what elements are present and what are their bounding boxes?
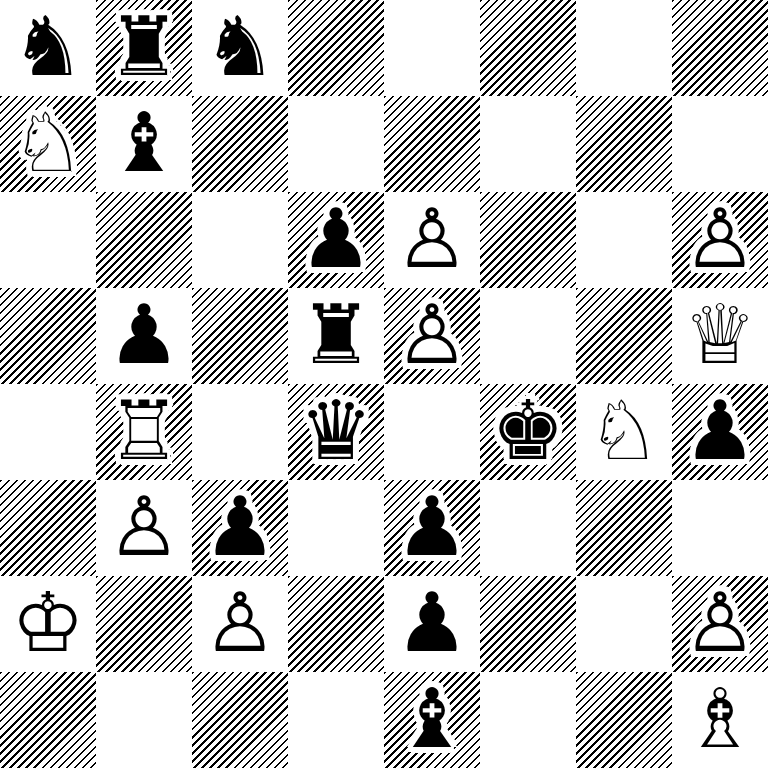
black-pawn-piece-icon: ♟ [384,480,480,576]
white-pawn-piece-icon: ♙ [672,192,768,288]
square-h5[interactable]: ♛♕ [672,288,768,384]
square-h6[interactable]: ♟♙ [672,192,768,288]
black-pawn-piece-icon: ♟ [96,288,192,384]
square-c3[interactable]: ♟♟ [192,480,288,576]
square-c5[interactable] [192,288,288,384]
square-g8[interactable] [576,0,672,96]
square-b6[interactable] [96,192,192,288]
black-rook-piece-icon: ♜ [288,288,384,384]
black-pawn-piece-icon: ♟ [384,576,480,672]
piece-halo: ♞ [576,384,672,480]
square-f3[interactable] [480,480,576,576]
piece-halo: ♟ [672,384,768,480]
square-c6[interactable] [192,192,288,288]
square-e5[interactable]: ♟♙ [384,288,480,384]
square-c7[interactable] [192,96,288,192]
white-rook-piece-icon: ♖ [96,384,192,480]
piece-halo: ♚ [0,576,96,672]
square-g4[interactable]: ♞♘ [576,384,672,480]
square-e2[interactable]: ♟♟ [384,576,480,672]
square-f1[interactable] [480,672,576,768]
square-f2[interactable] [480,576,576,672]
square-f8[interactable] [480,0,576,96]
square-f7[interactable] [480,96,576,192]
white-pawn-piece-icon: ♙ [384,288,480,384]
piece-halo: ♟ [384,576,480,672]
square-a3[interactable] [0,480,96,576]
black-pawn-piece-icon: ♟ [288,192,384,288]
piece-halo: ♜ [96,0,192,96]
piece-halo: ♟ [672,576,768,672]
piece-halo: ♜ [96,384,192,480]
piece-halo: ♞ [0,96,96,192]
square-a4[interactable] [0,384,96,480]
piece-halo: ♟ [672,192,768,288]
square-b8[interactable]: ♜♜ [96,0,192,96]
square-h7[interactable] [672,96,768,192]
square-b7[interactable]: ♝♝ [96,96,192,192]
square-h2[interactable]: ♟♙ [672,576,768,672]
square-a1[interactable] [0,672,96,768]
piece-halo: ♛ [672,288,768,384]
white-queen-piece-icon: ♕ [672,288,768,384]
square-c4[interactable] [192,384,288,480]
black-queen-piece-icon: ♛ [288,384,384,480]
white-pawn-piece-icon: ♙ [96,480,192,576]
piece-halo: ♝ [384,672,480,768]
square-a6[interactable] [0,192,96,288]
square-h1[interactable]: ♝♗ [672,672,768,768]
piece-halo: ♝ [672,672,768,768]
square-d6[interactable]: ♟♟ [288,192,384,288]
square-e1[interactable]: ♝♝ [384,672,480,768]
square-g3[interactable] [576,480,672,576]
square-f4[interactable]: ♚♚ [480,384,576,480]
square-f5[interactable] [480,288,576,384]
square-d3[interactable] [288,480,384,576]
piece-halo: ♝ [96,96,192,192]
square-b1[interactable] [96,672,192,768]
black-knight-piece-icon: ♞ [192,0,288,96]
square-b4[interactable]: ♜♖ [96,384,192,480]
piece-halo: ♞ [192,0,288,96]
piece-halo: ♟ [96,480,192,576]
white-pawn-piece-icon: ♙ [384,192,480,288]
piece-halo: ♟ [96,288,192,384]
white-bishop-piece-icon: ♗ [672,672,768,768]
chess-board: ♞♞♜♜♞♞♞♘♝♝♟♟♟♙♟♙♟♟♜♜♟♙♛♕♜♖♛♛♚♚♞♘♟♟♟♙♟♟♟♟… [0,0,768,768]
piece-halo: ♞ [0,0,96,96]
square-c2[interactable]: ♟♙ [192,576,288,672]
square-g6[interactable] [576,192,672,288]
square-a5[interactable] [0,288,96,384]
white-knight-piece-icon: ♘ [0,96,96,192]
piece-halo: ♟ [288,192,384,288]
black-pawn-piece-icon: ♟ [672,384,768,480]
black-rook-piece-icon: ♜ [96,0,192,96]
square-a2[interactable]: ♚♔ [0,576,96,672]
square-h8[interactable] [672,0,768,96]
square-e3[interactable]: ♟♟ [384,480,480,576]
piece-halo: ♛ [288,384,384,480]
piece-halo: ♟ [192,480,288,576]
square-g5[interactable] [576,288,672,384]
square-e7[interactable] [384,96,480,192]
piece-halo: ♟ [384,480,480,576]
square-e4[interactable] [384,384,480,480]
black-bishop-piece-icon: ♝ [96,96,192,192]
square-d5[interactable]: ♜♜ [288,288,384,384]
square-h4[interactable]: ♟♟ [672,384,768,480]
square-e8[interactable] [384,0,480,96]
piece-halo: ♟ [384,288,480,384]
square-a7[interactable]: ♞♘ [0,96,96,192]
square-d2[interactable] [288,576,384,672]
white-pawn-piece-icon: ♙ [192,576,288,672]
square-b2[interactable] [96,576,192,672]
square-c8[interactable]: ♞♞ [192,0,288,96]
square-b3[interactable]: ♟♙ [96,480,192,576]
square-d7[interactable] [288,96,384,192]
piece-halo: ♟ [192,576,288,672]
square-g1[interactable] [576,672,672,768]
piece-halo: ♟ [384,192,480,288]
white-king-piece-icon: ♔ [0,576,96,672]
black-king-piece-icon: ♚ [480,384,576,480]
piece-halo: ♚ [480,384,576,480]
white-knight-piece-icon: ♘ [576,384,672,480]
piece-halo: ♜ [288,288,384,384]
square-e6[interactable]: ♟♙ [384,192,480,288]
white-pawn-piece-icon: ♙ [672,576,768,672]
square-b5[interactable]: ♟♟ [96,288,192,384]
black-knight-piece-icon: ♞ [0,0,96,96]
square-g2[interactable] [576,576,672,672]
square-c1[interactable] [192,672,288,768]
square-h3[interactable] [672,480,768,576]
square-d4[interactable]: ♛♛ [288,384,384,480]
square-d1[interactable] [288,672,384,768]
square-d8[interactable] [288,0,384,96]
square-a8[interactable]: ♞♞ [0,0,96,96]
square-g7[interactable] [576,96,672,192]
black-bishop-piece-icon: ♝ [384,672,480,768]
black-pawn-piece-icon: ♟ [192,480,288,576]
square-f6[interactable] [480,192,576,288]
